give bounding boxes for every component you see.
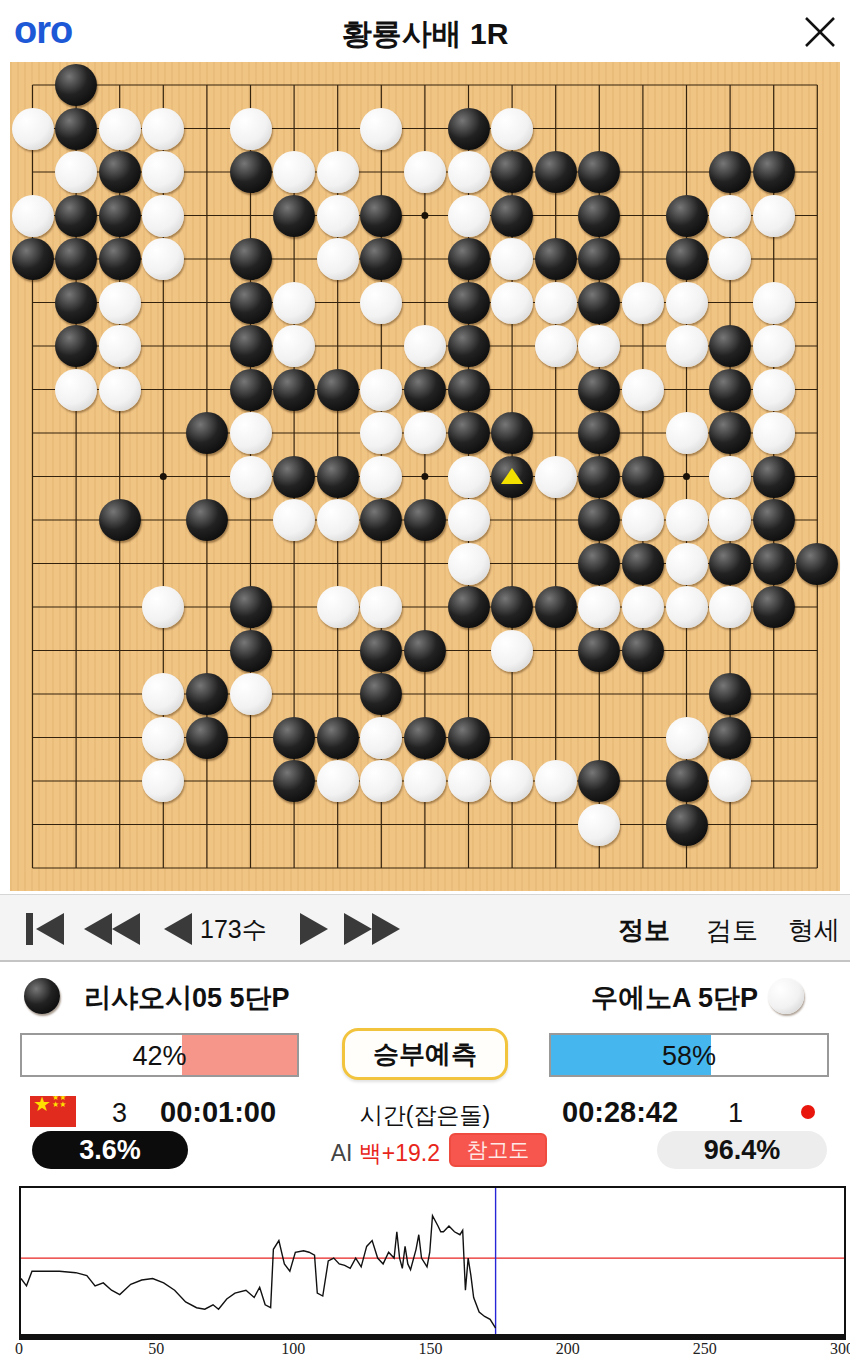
- white-stone: [360, 456, 402, 498]
- white-stone: [535, 282, 577, 324]
- white-stone: [622, 369, 664, 411]
- step-forward-icon[interactable]: [298, 909, 330, 949]
- white-stone: [709, 760, 751, 802]
- page-title: 황룡사배 1R: [0, 14, 850, 55]
- white-stone: [666, 717, 708, 759]
- black-stone: [99, 238, 141, 280]
- white-stone: [753, 412, 795, 454]
- tab-review[interactable]: 검토: [706, 913, 758, 948]
- white-stone: [622, 282, 664, 324]
- white-stone: [491, 630, 533, 672]
- black-stone: [666, 760, 708, 802]
- white-stone: [317, 760, 359, 802]
- white-stone: [709, 195, 751, 237]
- white-stone: [404, 325, 446, 367]
- white-stone: [317, 586, 359, 628]
- black-stone: [317, 369, 359, 411]
- black-stone: [578, 630, 620, 672]
- white-stone: [578, 586, 620, 628]
- reference-diagram-button[interactable]: 참고도: [449, 1133, 547, 1167]
- black-stone: [99, 499, 141, 541]
- white-stone: [230, 108, 272, 150]
- white-stone: [273, 499, 315, 541]
- white-stone: [99, 369, 141, 411]
- black-stone: [578, 282, 620, 324]
- black-stone: [273, 369, 315, 411]
- black-stone: [317, 717, 359, 759]
- white-stone: [709, 456, 751, 498]
- white-stone: [448, 499, 490, 541]
- x-tick-label: 100: [281, 1340, 305, 1358]
- black-stone: [186, 412, 228, 454]
- black-stone: [55, 325, 97, 367]
- black-stone: [491, 586, 533, 628]
- black-stone: [360, 499, 402, 541]
- black-stone: [709, 412, 751, 454]
- black-stone: [753, 543, 795, 585]
- white-stone: [666, 586, 708, 628]
- black-stone: [535, 586, 577, 628]
- ai-label: AI: [331, 1140, 353, 1166]
- black-stone: [273, 456, 315, 498]
- fast-rewind-icon[interactable]: [84, 909, 140, 949]
- white-stone: [535, 456, 577, 498]
- white-stone: [99, 325, 141, 367]
- black-stone: [535, 151, 577, 193]
- white-stone: [753, 369, 795, 411]
- black-stone: [753, 151, 795, 193]
- white-stone: [142, 760, 184, 802]
- white-stone: [666, 412, 708, 454]
- white-stone: [230, 456, 272, 498]
- white-stone: [448, 151, 490, 193]
- white-stone: [317, 238, 359, 280]
- white-stone: [317, 195, 359, 237]
- black-stone: [578, 499, 620, 541]
- black-stone: [578, 238, 620, 280]
- black-stone: [796, 543, 838, 585]
- white-stone: [360, 282, 402, 324]
- black-stone: [622, 543, 664, 585]
- white-stone: [448, 456, 490, 498]
- black-stone: [622, 630, 664, 672]
- black-stone: [448, 108, 490, 150]
- white-stone: [491, 238, 533, 280]
- step-back-icon[interactable]: [162, 909, 194, 949]
- white-player-name: 우에노A 5단P: [591, 980, 758, 1016]
- white-win-pct: 58%: [551, 1041, 827, 1072]
- x-tick-label: 300: [830, 1340, 850, 1358]
- black-stone: [273, 760, 315, 802]
- last-move-triangle-marker: [501, 468, 523, 484]
- black-stone: [666, 238, 708, 280]
- black-stone: [404, 717, 446, 759]
- black-stone: [709, 151, 751, 193]
- black-stone: [622, 456, 664, 498]
- white-stone: [666, 325, 708, 367]
- black-stone: [12, 238, 54, 280]
- white-stone: [709, 499, 751, 541]
- black-stone: [709, 543, 751, 585]
- black-stone: [404, 499, 446, 541]
- white-stone: [142, 717, 184, 759]
- white-stone: [709, 586, 751, 628]
- black-stone: [317, 456, 359, 498]
- black-stone: [360, 630, 402, 672]
- white-stone: [753, 195, 795, 237]
- white-stone: [360, 108, 402, 150]
- black-stone: [448, 238, 490, 280]
- black-stone: [186, 499, 228, 541]
- white-stone: [230, 673, 272, 715]
- white-stone: [273, 325, 315, 367]
- white-ai-winrate-pill: 96.4%: [657, 1131, 827, 1169]
- x-tick-label: 0: [15, 1340, 23, 1358]
- black-stone: [666, 804, 708, 846]
- white-stone: [448, 195, 490, 237]
- black-stone: [753, 499, 795, 541]
- white-clock: 00:28:42: [562, 1096, 678, 1129]
- x-tick-label: 150: [419, 1340, 443, 1358]
- white-stone: [448, 760, 490, 802]
- header: oro 황룡사배 1R: [0, 0, 850, 62]
- winrate-curve: [21, 1188, 844, 1334]
- white-stone: [404, 760, 446, 802]
- black-stone: [578, 369, 620, 411]
- black-stone: [273, 717, 315, 759]
- white-stone: [666, 543, 708, 585]
- black-stone: [230, 630, 272, 672]
- white-stone: [12, 108, 54, 150]
- white-stone: [578, 804, 620, 846]
- black-win-pct: 42%: [22, 1041, 297, 1072]
- black-stone: [448, 717, 490, 759]
- black-stone: [186, 717, 228, 759]
- white-stone: [535, 760, 577, 802]
- white-stone-icon: [768, 978, 804, 1014]
- white-stone: [622, 586, 664, 628]
- white-stone: [491, 108, 533, 150]
- white-stone: [666, 282, 708, 324]
- white-stone: [404, 151, 446, 193]
- black-stone: [578, 543, 620, 585]
- x-tick-label: 250: [693, 1340, 717, 1358]
- move-navigation-bar: 173수 정보 검토 형세: [0, 894, 850, 962]
- white-stone: [491, 760, 533, 802]
- white-stone: [360, 412, 402, 454]
- black-stone: [360, 238, 402, 280]
- black-stone: [448, 369, 490, 411]
- white-stone: [99, 282, 141, 324]
- white-stone: [360, 586, 402, 628]
- ai-score-value: 백+19.2: [359, 1140, 440, 1166]
- white-stone: [142, 195, 184, 237]
- white-stone: [622, 499, 664, 541]
- black-stone: [578, 760, 620, 802]
- white-win-bar: 58%: [549, 1033, 829, 1077]
- black-win-bar: 42%: [20, 1033, 299, 1077]
- go-app-window: oro 황룡사배 1R 173수 정보 검토 형세 리샤오시05 5단P: [0, 0, 850, 1368]
- black-stone: [230, 238, 272, 280]
- white-stone: [317, 499, 359, 541]
- time-caption: 시간(잡은돌): [0, 1100, 850, 1131]
- black-stone: [230, 151, 272, 193]
- black-stone: [273, 195, 315, 237]
- tab-assess[interactable]: 형세: [788, 913, 840, 948]
- white-stone: [317, 151, 359, 193]
- black-stone: [404, 630, 446, 672]
- white-stone: [99, 108, 141, 150]
- black-stone: [99, 151, 141, 193]
- white-stone: [360, 717, 402, 759]
- black-stone: [709, 673, 751, 715]
- x-tick-label: 200: [556, 1340, 580, 1358]
- black-stone: [99, 195, 141, 237]
- white-stone: [491, 282, 533, 324]
- white-stone: [709, 238, 751, 280]
- move-number-label: 173수: [200, 913, 267, 946]
- black-stone: [491, 195, 533, 237]
- black-stone: [709, 325, 751, 367]
- white-stone: [360, 369, 402, 411]
- white-stone: [535, 325, 577, 367]
- winrate-graph[interactable]: [19, 1186, 846, 1340]
- close-icon[interactable]: [802, 14, 838, 50]
- white-stone: [12, 195, 54, 237]
- predict-button[interactable]: 승부예측: [342, 1028, 508, 1080]
- tab-info[interactable]: 정보: [618, 913, 670, 948]
- white-stone: [578, 325, 620, 367]
- fast-forward-icon[interactable]: [344, 909, 400, 949]
- black-stone: [491, 151, 533, 193]
- black-stone-icon: [24, 978, 60, 1014]
- black-stone: [578, 412, 620, 454]
- skip-to-start-icon[interactable]: [24, 909, 66, 949]
- black-stone: [404, 369, 446, 411]
- black-stone: [709, 717, 751, 759]
- white-stone: [448, 543, 490, 585]
- black-stone: [55, 64, 97, 106]
- white-stone: [55, 151, 97, 193]
- black-stone: [491, 412, 533, 454]
- white-stone: [142, 108, 184, 150]
- black-stone: [753, 586, 795, 628]
- black-stone: [448, 282, 490, 324]
- white-stone: [273, 282, 315, 324]
- white-stone: [142, 586, 184, 628]
- black-stone: [230, 282, 272, 324]
- japan-flag-icon: [788, 1098, 828, 1126]
- x-tick-label: 50: [148, 1340, 164, 1358]
- white-stone: [666, 499, 708, 541]
- ai-score-line: AI 백+19.2: [0, 1138, 440, 1169]
- black-stone: [55, 282, 97, 324]
- black-stone: [360, 195, 402, 237]
- white-stone: [273, 151, 315, 193]
- white-stone: [753, 282, 795, 324]
- white-stone: [230, 412, 272, 454]
- black-stone: [230, 325, 272, 367]
- white-stone: [142, 673, 184, 715]
- black-stone: [709, 369, 751, 411]
- black-stone: [55, 195, 97, 237]
- black-stone: [578, 456, 620, 498]
- black-stone: [578, 151, 620, 193]
- white-stone: [142, 238, 184, 280]
- black-stone: [230, 586, 272, 628]
- white-stone: [55, 369, 97, 411]
- black-stone: [230, 369, 272, 411]
- black-stone: [578, 195, 620, 237]
- white-stone: [142, 151, 184, 193]
- black-stone: [55, 238, 97, 280]
- black-stone: [360, 673, 402, 715]
- black-stone: [448, 586, 490, 628]
- black-stone: [55, 108, 97, 150]
- black-stone: [448, 412, 490, 454]
- white-stone: [404, 412, 446, 454]
- white-stone: [360, 760, 402, 802]
- black-stone: [186, 673, 228, 715]
- black-stone: [666, 195, 708, 237]
- black-stone: [448, 325, 490, 367]
- white-stone: [753, 325, 795, 367]
- black-stone: [535, 238, 577, 280]
- black-player-name: 리샤오시05 5단P: [84, 980, 290, 1016]
- white-captured-count: 1: [728, 1098, 743, 1129]
- go-board[interactable]: [10, 62, 840, 891]
- black-stone: [753, 456, 795, 498]
